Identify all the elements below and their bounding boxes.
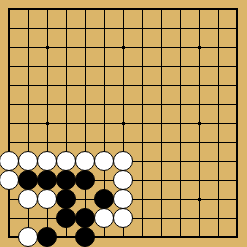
intersection-E6[interactable]: [76, 133, 95, 152]
intersection-N3[interactable]: [228, 190, 247, 209]
intersection-J6[interactable]: [152, 133, 171, 152]
intersection-N4[interactable]: [228, 171, 247, 190]
intersection-M7[interactable]: [209, 114, 228, 133]
intersection-C13[interactable]: [38, 0, 57, 19]
white-stone-F5[interactable]: [94, 151, 114, 171]
black-stone-E4[interactable]: [75, 170, 95, 190]
black-stone-C1[interactable]: [37, 227, 57, 247]
intersection-B10[interactable]: [19, 57, 38, 76]
intersection-D4[interactable]: [57, 171, 76, 190]
intersection-L8[interactable]: [190, 95, 209, 114]
intersection-L10[interactable]: [190, 57, 209, 76]
intersection-A9[interactable]: [0, 76, 19, 95]
intersection-F10[interactable]: [95, 57, 114, 76]
intersection-H3[interactable]: [133, 190, 152, 209]
intersection-F6[interactable]: [95, 133, 114, 152]
intersection-A7[interactable]: [0, 114, 19, 133]
intersection-M13[interactable]: [209, 0, 228, 19]
intersection-K9[interactable]: [171, 76, 190, 95]
intersection-K3[interactable]: [171, 190, 190, 209]
intersection-E5[interactable]: [76, 152, 95, 171]
intersection-A4[interactable]: [0, 171, 19, 190]
intersection-L5[interactable]: [190, 152, 209, 171]
intersection-N9[interactable]: [228, 76, 247, 95]
intersection-M2[interactable]: [209, 209, 228, 228]
intersection-F7[interactable]: [95, 114, 114, 133]
black-stone-E2[interactable]: [75, 208, 95, 228]
intersection-C3[interactable]: [38, 190, 57, 209]
intersection-L1[interactable]: [190, 228, 209, 247]
black-stone-F3[interactable]: [94, 189, 114, 209]
intersection-E8[interactable]: [76, 95, 95, 114]
intersection-N7[interactable]: [228, 114, 247, 133]
intersection-N5[interactable]: [228, 152, 247, 171]
intersection-A10[interactable]: [0, 57, 19, 76]
intersection-K13[interactable]: [171, 0, 190, 19]
intersection-H7[interactable]: [133, 114, 152, 133]
white-stone-D5[interactable]: [56, 151, 76, 171]
intersection-A11[interactable]: [0, 38, 19, 57]
intersection-B8[interactable]: [19, 95, 38, 114]
intersection-C11[interactable]: [38, 38, 57, 57]
intersection-M10[interactable]: [209, 57, 228, 76]
intersection-N13[interactable]: [228, 0, 247, 19]
intersection-C12[interactable]: [38, 19, 57, 38]
intersection-D5[interactable]: [57, 152, 76, 171]
white-stone-C5[interactable]: [37, 151, 57, 171]
intersection-J1[interactable]: [152, 228, 171, 247]
intersection-N2[interactable]: [228, 209, 247, 228]
intersection-F13[interactable]: [95, 0, 114, 19]
intersection-C1[interactable]: [38, 228, 57, 247]
intersection-B2[interactable]: [19, 209, 38, 228]
white-stone-G3[interactable]: [113, 189, 133, 209]
intersection-E1[interactable]: [76, 228, 95, 247]
intersection-K6[interactable]: [171, 133, 190, 152]
intersection-G12[interactable]: [114, 19, 133, 38]
intersection-N11[interactable]: [228, 38, 247, 57]
intersection-D1[interactable]: [57, 228, 76, 247]
intersection-H2[interactable]: [133, 209, 152, 228]
intersection-C10[interactable]: [38, 57, 57, 76]
intersection-H1[interactable]: [133, 228, 152, 247]
intersections-grid: [0, 0, 247, 247]
intersection-M9[interactable]: [209, 76, 228, 95]
intersection-G4[interactable]: [114, 171, 133, 190]
intersection-C2[interactable]: [38, 209, 57, 228]
intersection-N8[interactable]: [228, 95, 247, 114]
white-stone-G2[interactable]: [113, 208, 133, 228]
intersection-E7[interactable]: [76, 114, 95, 133]
intersection-G9[interactable]: [114, 76, 133, 95]
intersection-G13[interactable]: [114, 0, 133, 19]
intersection-M1[interactable]: [209, 228, 228, 247]
intersection-C9[interactable]: [38, 76, 57, 95]
intersection-M3[interactable]: [209, 190, 228, 209]
intersection-M12[interactable]: [209, 19, 228, 38]
intersection-H8[interactable]: [133, 95, 152, 114]
intersection-A6[interactable]: [0, 133, 19, 152]
intersection-C5[interactable]: [38, 152, 57, 171]
intersection-F2[interactable]: [95, 209, 114, 228]
intersection-J5[interactable]: [152, 152, 171, 171]
intersection-G8[interactable]: [114, 95, 133, 114]
intersection-L6[interactable]: [190, 133, 209, 152]
intersection-N12[interactable]: [228, 19, 247, 38]
intersection-B5[interactable]: [19, 152, 38, 171]
intersection-C4[interactable]: [38, 171, 57, 190]
intersection-F5[interactable]: [95, 152, 114, 171]
intersection-H10[interactable]: [133, 57, 152, 76]
intersection-D10[interactable]: [57, 57, 76, 76]
intersection-J4[interactable]: [152, 171, 171, 190]
intersection-J9[interactable]: [152, 76, 171, 95]
intersection-B3[interactable]: [19, 190, 38, 209]
intersection-G6[interactable]: [114, 133, 133, 152]
intersection-M5[interactable]: [209, 152, 228, 171]
intersection-J12[interactable]: [152, 19, 171, 38]
black-stone-D2[interactable]: [56, 208, 76, 228]
white-stone-A4[interactable]: [0, 170, 19, 190]
intersection-J2[interactable]: [152, 209, 171, 228]
intersection-E12[interactable]: [76, 19, 95, 38]
intersection-D3[interactable]: [57, 190, 76, 209]
intersection-L3[interactable]: [190, 190, 209, 209]
intersection-K12[interactable]: [171, 19, 190, 38]
intersection-N10[interactable]: [228, 57, 247, 76]
intersection-G11[interactable]: [114, 38, 133, 57]
intersection-G2[interactable]: [114, 209, 133, 228]
intersection-B6[interactable]: [19, 133, 38, 152]
intersection-E9[interactable]: [76, 76, 95, 95]
intersection-L12[interactable]: [190, 19, 209, 38]
intersection-A2[interactable]: [0, 209, 19, 228]
intersection-A1[interactable]: [0, 228, 19, 247]
intersection-M8[interactable]: [209, 95, 228, 114]
intersection-D12[interactable]: [57, 19, 76, 38]
intersection-C6[interactable]: [38, 133, 57, 152]
intersection-D6[interactable]: [57, 133, 76, 152]
go-board: [0, 0, 247, 247]
black-stone-D4[interactable]: [56, 170, 76, 190]
intersection-B9[interactable]: [19, 76, 38, 95]
white-stone-E5[interactable]: [75, 151, 95, 171]
intersection-J3[interactable]: [152, 190, 171, 209]
intersection-L7[interactable]: [190, 114, 209, 133]
intersection-F1[interactable]: [95, 228, 114, 247]
intersection-H12[interactable]: [133, 19, 152, 38]
white-stone-B3[interactable]: [18, 189, 38, 209]
intersection-D9[interactable]: [57, 76, 76, 95]
intersection-J10[interactable]: [152, 57, 171, 76]
intersection-F4[interactable]: [95, 171, 114, 190]
intersection-E11[interactable]: [76, 38, 95, 57]
intersection-B12[interactable]: [19, 19, 38, 38]
intersection-L11[interactable]: [190, 38, 209, 57]
intersection-K1[interactable]: [171, 228, 190, 247]
intersection-D8[interactable]: [57, 95, 76, 114]
intersection-A13[interactable]: [0, 0, 19, 19]
white-stone-F2[interactable]: [94, 208, 114, 228]
intersection-K4[interactable]: [171, 171, 190, 190]
intersection-H6[interactable]: [133, 133, 152, 152]
intersection-N1[interactable]: [228, 228, 247, 247]
intersection-L13[interactable]: [190, 0, 209, 19]
intersection-C8[interactable]: [38, 95, 57, 114]
intersection-F12[interactable]: [95, 19, 114, 38]
intersection-H9[interactable]: [133, 76, 152, 95]
intersection-A12[interactable]: [0, 19, 19, 38]
white-stone-A5[interactable]: [0, 151, 19, 171]
intersection-H11[interactable]: [133, 38, 152, 57]
black-stone-D3[interactable]: [56, 189, 76, 209]
intersection-F3[interactable]: [95, 190, 114, 209]
intersection-D11[interactable]: [57, 38, 76, 57]
white-stone-G4[interactable]: [113, 170, 133, 190]
intersection-G7[interactable]: [114, 114, 133, 133]
intersection-D2[interactable]: [57, 209, 76, 228]
intersection-G1[interactable]: [114, 228, 133, 247]
intersection-F11[interactable]: [95, 38, 114, 57]
intersection-K8[interactable]: [171, 95, 190, 114]
intersection-J11[interactable]: [152, 38, 171, 57]
intersection-G3[interactable]: [114, 190, 133, 209]
intersection-A8[interactable]: [0, 95, 19, 114]
intersection-D7[interactable]: [57, 114, 76, 133]
intersection-M4[interactable]: [209, 171, 228, 190]
intersection-K11[interactable]: [171, 38, 190, 57]
intersection-H13[interactable]: [133, 0, 152, 19]
white-stone-G5[interactable]: [113, 151, 133, 171]
white-stone-B5[interactable]: [18, 151, 38, 171]
intersection-K2[interactable]: [171, 209, 190, 228]
intersection-N6[interactable]: [228, 133, 247, 152]
intersection-H5[interactable]: [133, 152, 152, 171]
intersection-B1[interactable]: [19, 228, 38, 247]
intersection-B7[interactable]: [19, 114, 38, 133]
intersection-J7[interactable]: [152, 114, 171, 133]
intersection-M6[interactable]: [209, 133, 228, 152]
intersection-K7[interactable]: [171, 114, 190, 133]
intersection-E4[interactable]: [76, 171, 95, 190]
intersection-K5[interactable]: [171, 152, 190, 171]
black-stone-B4[interactable]: [18, 170, 38, 190]
intersection-M11[interactable]: [209, 38, 228, 57]
intersection-D13[interactable]: [57, 0, 76, 19]
intersection-J13[interactable]: [152, 0, 171, 19]
black-stone-E1[interactable]: [75, 227, 95, 247]
intersection-J8[interactable]: [152, 95, 171, 114]
intersection-G5[interactable]: [114, 152, 133, 171]
intersection-L4[interactable]: [190, 171, 209, 190]
intersection-G10[interactable]: [114, 57, 133, 76]
intersection-F8[interactable]: [95, 95, 114, 114]
intersection-C7[interactable]: [38, 114, 57, 133]
intersection-B4[interactable]: [19, 171, 38, 190]
intersection-E3[interactable]: [76, 190, 95, 209]
intersection-E10[interactable]: [76, 57, 95, 76]
white-stone-B1[interactable]: [18, 227, 38, 247]
intersection-B13[interactable]: [19, 0, 38, 19]
intersection-A3[interactable]: [0, 190, 19, 209]
black-stone-C4[interactable]: [37, 170, 57, 190]
white-stone-C3[interactable]: [37, 189, 57, 209]
intersection-K10[interactable]: [171, 57, 190, 76]
intersection-L9[interactable]: [190, 76, 209, 95]
intersection-F9[interactable]: [95, 76, 114, 95]
intersection-B11[interactable]: [19, 38, 38, 57]
intersection-H4[interactable]: [133, 171, 152, 190]
intersection-A5[interactable]: [0, 152, 19, 171]
intersection-E13[interactable]: [76, 0, 95, 19]
intersection-L2[interactable]: [190, 209, 209, 228]
intersection-E2[interactable]: [76, 209, 95, 228]
